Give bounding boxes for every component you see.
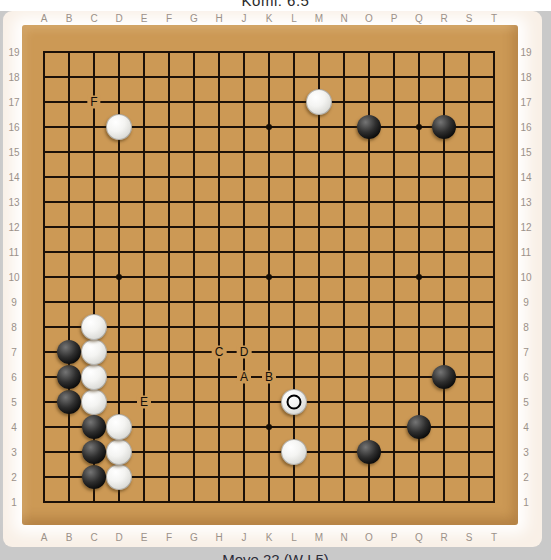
coord-label: 13 (520, 197, 531, 208)
grid-line (43, 301, 496, 303)
stone-white-D2 (106, 464, 132, 490)
coord-label: M (315, 532, 323, 543)
stone-black-C3 (82, 440, 106, 464)
coord-label: L (291, 532, 297, 543)
coord-label: C (90, 532, 97, 543)
point-label-B[interactable]: B (262, 371, 276, 384)
coord-label: B (66, 13, 73, 24)
coord-label: P (391, 532, 398, 543)
stone-white-M17 (306, 89, 332, 115)
point-label-D[interactable]: D (237, 346, 252, 359)
coord-label: P (391, 13, 398, 24)
point-label-E[interactable]: E (137, 396, 151, 409)
grid-line (468, 51, 470, 504)
grid-line (343, 51, 345, 504)
stone-black-R16 (432, 115, 456, 139)
coord-label: 12 (8, 222, 19, 233)
grid-line (293, 51, 295, 504)
point-label-F[interactable]: F (87, 96, 100, 109)
stone-black-C4 (82, 415, 106, 439)
coord-label: 4 (523, 422, 529, 433)
coord-label: T (491, 13, 497, 24)
grid-line (43, 501, 496, 504)
coord-label: 3 (11, 447, 17, 458)
coord-label: 16 (520, 122, 531, 133)
coord-label: H (215, 13, 222, 24)
coord-label: F (166, 532, 172, 543)
footer-strip: Move 22 (W L5) (0, 547, 551, 560)
coord-label: 19 (8, 47, 19, 58)
grid-line (43, 351, 496, 353)
coord-label: A (41, 532, 48, 543)
coord-label: 6 (523, 372, 529, 383)
stone-white-D4 (106, 414, 132, 440)
coord-label: D (115, 13, 122, 24)
coord-label: O (365, 13, 373, 24)
grid-line (43, 326, 496, 328)
coord-label: 7 (11, 347, 17, 358)
stone-white-D16 (106, 114, 132, 140)
stone-black-B5 (57, 390, 81, 414)
coord-label: 18 (520, 72, 531, 83)
coord-label: 5 (523, 397, 529, 408)
star-point (416, 274, 422, 280)
coord-label: 13 (8, 197, 19, 208)
coord-label: J (242, 13, 247, 24)
stone-black-B6 (57, 365, 81, 389)
coord-label: S (466, 532, 473, 543)
coord-label: R (440, 532, 447, 543)
stone-black-B7 (57, 340, 81, 364)
coord-label: 11 (9, 247, 19, 258)
stone-white-C5 (81, 389, 107, 415)
coord-label: E (141, 532, 148, 543)
coord-label: G (190, 13, 198, 24)
coord-label: K (266, 13, 273, 24)
star-point (266, 274, 272, 280)
komi-label: Komi: 6.5 (0, 0, 551, 8)
grid-line (43, 401, 496, 403)
coord-label: C (90, 13, 97, 24)
coord-label: 14 (8, 172, 19, 183)
coord-label: H (215, 532, 222, 543)
star-point (416, 124, 422, 130)
coord-label: N (340, 13, 347, 24)
coord-label: 17 (8, 97, 19, 108)
grid-line (393, 51, 395, 504)
coord-label: E (141, 13, 148, 24)
stone-black-C2 (82, 465, 106, 489)
stone-black-O16 (357, 115, 381, 139)
coord-label: 1 (523, 497, 529, 508)
coord-label: 11 (521, 247, 531, 258)
grid-line (318, 51, 320, 504)
coord-label: 2 (11, 472, 17, 483)
coord-label: A (41, 13, 48, 24)
coord-label: 1 (11, 497, 17, 508)
coord-label: O (365, 532, 373, 543)
coord-label: Q (415, 532, 423, 543)
stone-white-L3 (281, 439, 307, 465)
stone-white-C6 (81, 364, 107, 390)
stone-black-R6 (432, 365, 456, 389)
coord-label: 6 (11, 372, 17, 383)
point-label-C[interactable]: C (212, 346, 227, 359)
star-point (116, 274, 122, 280)
coord-label: 10 (8, 272, 19, 283)
coord-label: K (266, 532, 273, 543)
coord-label: 2 (523, 472, 529, 483)
coord-label: 15 (520, 147, 531, 158)
grid-line (493, 51, 496, 504)
coord-label: L (291, 13, 297, 24)
coord-label: 14 (520, 172, 531, 183)
coord-label: 17 (520, 97, 531, 108)
coord-label: M (315, 13, 323, 24)
coord-label: 18 (8, 72, 19, 83)
coord-label: 7 (523, 347, 529, 358)
coord-label: 19 (520, 47, 531, 58)
stone-black-O3 (357, 440, 381, 464)
coord-label: 4 (11, 422, 17, 433)
coord-label: G (190, 532, 198, 543)
coord-label: J (242, 532, 247, 543)
coord-label: 5 (11, 397, 17, 408)
coord-label: 12 (520, 222, 531, 233)
header-strip: Komi: 6.5 (0, 0, 551, 11)
coord-label: Q (415, 13, 423, 24)
point-label-A[interactable]: A (237, 371, 251, 384)
stone-white-C8 (81, 314, 107, 340)
coord-label: 9 (11, 297, 17, 308)
last-move-marker (287, 395, 302, 410)
go-board[interactable]: ABCDEF (22, 25, 518, 525)
coord-label: 8 (523, 322, 529, 333)
coord-label: 9 (523, 297, 529, 308)
board-panel: ABCDEF AABBCCDDEEFFGGHHJJKKLLMMNNOOPPQQR… (3, 11, 542, 547)
star-point (266, 424, 272, 430)
coord-label: D (115, 532, 122, 543)
coord-label: 3 (523, 447, 529, 458)
coord-label: T (491, 532, 497, 543)
coord-label: N (340, 532, 347, 543)
coord-label: B (66, 532, 73, 543)
coord-label: F (166, 13, 172, 24)
stone-white-D3 (106, 439, 132, 465)
coord-label: S (466, 13, 473, 24)
coord-label: 15 (8, 147, 19, 158)
star-point (266, 124, 272, 130)
coord-label: 16 (8, 122, 19, 133)
stone-black-Q4 (407, 415, 431, 439)
move-caption: Move 22 (W L5) (0, 552, 551, 560)
coord-label: 8 (11, 322, 17, 333)
stone-white-C7 (81, 339, 107, 365)
coord-label: 10 (520, 272, 531, 283)
coord-label: R (440, 13, 447, 24)
